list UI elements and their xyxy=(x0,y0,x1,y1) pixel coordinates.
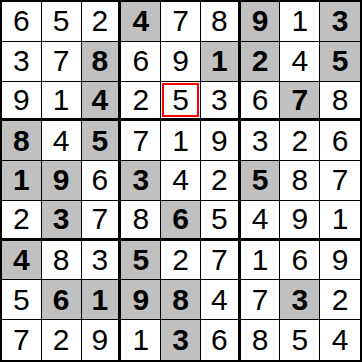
cell-r9c2[interactable]: 2 xyxy=(42,320,82,360)
cell-r3c2[interactable]: 1 xyxy=(42,82,82,122)
cell-r2c7[interactable]: 2 xyxy=(241,42,281,82)
cell-r2c5[interactable]: 9 xyxy=(161,42,201,82)
cell-r8c3[interactable]: 1 xyxy=(82,280,122,320)
cell-r1c6[interactable]: 8 xyxy=(201,2,241,42)
cell-r7c2[interactable]: 8 xyxy=(42,241,82,281)
cell-r7c9[interactable]: 9 xyxy=(320,241,360,281)
cell-r1c2[interactable]: 5 xyxy=(42,2,82,42)
cell-r1c4[interactable]: 4 xyxy=(121,2,161,42)
cell-r4c5[interactable]: 1 xyxy=(161,121,201,161)
cell-r5c6[interactable]: 2 xyxy=(201,161,241,201)
cell-r6c2[interactable]: 3 xyxy=(42,201,82,241)
cell-r5c8[interactable]: 8 xyxy=(280,161,320,201)
cell-r3c4[interactable]: 2 xyxy=(121,82,161,122)
cell-r2c1[interactable]: 3 xyxy=(2,42,42,82)
cell-r2c3[interactable]: 8 xyxy=(82,42,122,82)
cell-r7c1[interactable]: 4 xyxy=(2,241,42,281)
cell-r7c4[interactable]: 5 xyxy=(121,241,161,281)
cell-r5c4[interactable]: 3 xyxy=(121,161,161,201)
cell-r3c5[interactable]: 5 xyxy=(161,82,201,122)
cell-r6c4[interactable]: 8 xyxy=(121,201,161,241)
cell-r5c5[interactable]: 4 xyxy=(161,161,201,201)
cell-r7c8[interactable]: 6 xyxy=(280,241,320,281)
cell-r3c9[interactable]: 8 xyxy=(320,82,360,122)
cell-r4c8[interactable]: 2 xyxy=(280,121,320,161)
cell-r3c7[interactable]: 6 xyxy=(241,82,281,122)
cell-r8c6[interactable]: 4 xyxy=(201,280,241,320)
cell-r4c1[interactable]: 8 xyxy=(2,121,42,161)
cell-r9c8[interactable]: 5 xyxy=(280,320,320,360)
cell-r4c9[interactable]: 6 xyxy=(320,121,360,161)
cell-r6c7[interactable]: 4 xyxy=(241,201,281,241)
cell-r3c1[interactable]: 9 xyxy=(2,82,42,122)
cell-r8c7[interactable]: 7 xyxy=(241,280,281,320)
cell-r6c5[interactable]: 6 xyxy=(161,201,201,241)
cell-r3c6[interactable]: 3 xyxy=(201,82,241,122)
cell-r4c6[interactable]: 9 xyxy=(201,121,241,161)
cell-r2c9[interactable]: 5 xyxy=(320,42,360,82)
cell-r4c2[interactable]: 4 xyxy=(42,121,82,161)
cell-r1c1[interactable]: 6 xyxy=(2,2,42,42)
cell-r9c5[interactable]: 3 xyxy=(161,320,201,360)
cell-r1c8[interactable]: 1 xyxy=(280,2,320,42)
cell-r8c5[interactable]: 8 xyxy=(161,280,201,320)
cell-r2c6[interactable]: 1 xyxy=(201,42,241,82)
cell-r1c3[interactable]: 2 xyxy=(82,2,122,42)
cell-r5c9[interactable]: 7 xyxy=(320,161,360,201)
cell-r6c3[interactable]: 7 xyxy=(82,201,122,241)
cell-r7c6[interactable]: 7 xyxy=(201,241,241,281)
cell-r9c3[interactable]: 9 xyxy=(82,320,122,360)
cell-r8c4[interactable]: 9 xyxy=(121,280,161,320)
sudoku-board: 6524789133786912459142536788457193261963… xyxy=(0,0,362,362)
cell-r9c4[interactable]: 1 xyxy=(121,320,161,360)
cell-r6c1[interactable]: 2 xyxy=(2,201,42,241)
cell-r6c9[interactable]: 1 xyxy=(320,201,360,241)
cell-r7c3[interactable]: 3 xyxy=(82,241,122,281)
cell-r9c1[interactable]: 7 xyxy=(2,320,42,360)
cell-r2c8[interactable]: 4 xyxy=(280,42,320,82)
cell-r5c3[interactable]: 6 xyxy=(82,161,122,201)
cell-r9c6[interactable]: 6 xyxy=(201,320,241,360)
cell-r8c1[interactable]: 5 xyxy=(2,280,42,320)
cell-r4c7[interactable]: 3 xyxy=(241,121,281,161)
cell-r2c4[interactable]: 6 xyxy=(121,42,161,82)
cell-r8c9[interactable]: 2 xyxy=(320,280,360,320)
cell-r4c3[interactable]: 5 xyxy=(82,121,122,161)
cell-r5c1[interactable]: 1 xyxy=(2,161,42,201)
cell-r3c8[interactable]: 7 xyxy=(280,82,320,122)
cell-r7c7[interactable]: 1 xyxy=(241,241,281,281)
cell-r2c2[interactable]: 7 xyxy=(42,42,82,82)
cell-r1c7[interactable]: 9 xyxy=(241,2,281,42)
cell-r1c5[interactable]: 7 xyxy=(161,2,201,42)
cell-r5c7[interactable]: 5 xyxy=(241,161,281,201)
cell-r1c9[interactable]: 3 xyxy=(320,2,360,42)
cell-r6c8[interactable]: 9 xyxy=(280,201,320,241)
cell-r3c3[interactable]: 4 xyxy=(82,82,122,122)
cell-r6c6[interactable]: 5 xyxy=(201,201,241,241)
cell-r8c8[interactable]: 3 xyxy=(280,280,320,320)
cell-r4c4[interactable]: 7 xyxy=(121,121,161,161)
cell-r5c2[interactable]: 9 xyxy=(42,161,82,201)
cell-r8c2[interactable]: 6 xyxy=(42,280,82,320)
cell-r9c7[interactable]: 8 xyxy=(241,320,281,360)
cell-r9c9[interactable]: 4 xyxy=(320,320,360,360)
cell-r7c5[interactable]: 2 xyxy=(161,241,201,281)
